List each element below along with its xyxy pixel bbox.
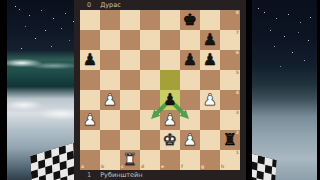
square-a3[interactable]: ♟ xyxy=(80,110,100,130)
square-b2[interactable] xyxy=(100,130,120,150)
square-f8[interactable]: ♚ xyxy=(180,10,200,30)
coord-rank-1: 1 xyxy=(236,151,239,156)
piece-black-pawn: ♟ xyxy=(200,50,220,70)
piece-black-pawn: ♟ xyxy=(160,90,180,110)
square-h7[interactable]: 7 xyxy=(220,30,240,50)
square-h5[interactable]: 5 xyxy=(220,70,240,90)
coord-file-e: e xyxy=(161,165,164,170)
background-ocean-left xyxy=(7,0,74,180)
square-h8[interactable]: 8 xyxy=(220,10,240,30)
square-e2[interactable]: ♚ xyxy=(160,130,180,150)
bottom-player-score: 1 xyxy=(87,170,91,180)
coord-file-h: h xyxy=(221,165,224,170)
square-g7[interactable]: ♟ xyxy=(200,30,220,50)
square-c8[interactable] xyxy=(120,10,140,30)
coord-file-d: d xyxy=(141,165,144,170)
square-h2[interactable]: ♜2 xyxy=(220,130,240,150)
piece-black-pawn: ♟ xyxy=(80,50,100,70)
piece-white-pawn: ♟ xyxy=(180,130,200,150)
square-b1[interactable]: b xyxy=(100,150,120,170)
square-g4[interactable]: ♟ xyxy=(200,90,220,110)
coord-rank-4: 4 xyxy=(236,91,239,96)
square-e7[interactable] xyxy=(160,30,180,50)
square-d3[interactable] xyxy=(140,110,160,130)
square-d8[interactable] xyxy=(140,10,160,30)
piece-black-pawn: ♟ xyxy=(200,30,220,50)
square-f7[interactable] xyxy=(180,30,200,50)
square-d5[interactable] xyxy=(140,70,160,90)
square-c7[interactable] xyxy=(120,30,140,50)
checkerboard-floor xyxy=(30,141,74,180)
square-f6[interactable]: ♟ xyxy=(180,50,200,70)
square-b4[interactable]: ♟ xyxy=(100,90,120,110)
stars-decoration xyxy=(258,8,259,9)
chess-widget: 0 Дурас ♚8♟7♟♟♟65♟♟♟4♟♟3♚♟♜2ab♜cdefgh1 1… xyxy=(74,0,246,180)
coord-rank-8: 8 xyxy=(236,11,239,16)
coord-file-b: b xyxy=(101,165,104,170)
square-g3[interactable] xyxy=(200,110,220,130)
piece-white-pawn: ♟ xyxy=(200,90,220,110)
coord-rank-6: 6 xyxy=(236,51,239,56)
square-c4[interactable] xyxy=(120,90,140,110)
square-e4[interactable]: ♟ xyxy=(160,90,180,110)
square-e5[interactable] xyxy=(160,70,180,90)
square-b7[interactable] xyxy=(100,30,120,50)
stars-decoration xyxy=(15,6,16,7)
piece-white-king: ♚ xyxy=(160,130,180,150)
square-b3[interactable] xyxy=(100,110,120,130)
piece-black-rook: ♜ xyxy=(220,130,240,150)
top-player-score: 0 xyxy=(87,0,91,10)
bottom-player-name: Рубинштейн xyxy=(100,170,142,180)
square-d2[interactable] xyxy=(140,130,160,150)
square-a4[interactable] xyxy=(80,90,100,110)
square-g5[interactable] xyxy=(200,70,220,90)
square-g1[interactable]: g xyxy=(200,150,220,170)
square-e6[interactable] xyxy=(160,50,180,70)
square-f2[interactable]: ♟ xyxy=(180,130,200,150)
square-d1[interactable]: d xyxy=(140,150,160,170)
chess-board[interactable]: ♚8♟7♟♟♟65♟♟♟4♟♟3♚♟♜2ab♜cdefgh1 xyxy=(80,10,240,170)
square-a8[interactable] xyxy=(80,10,100,30)
piece-black-king: ♚ xyxy=(180,10,200,30)
square-a1[interactable]: a xyxy=(80,150,100,170)
square-f5[interactable] xyxy=(180,70,200,90)
top-player-name: Дурас xyxy=(100,0,121,10)
square-b6[interactable] xyxy=(100,50,120,70)
square-c6[interactable] xyxy=(120,50,140,70)
square-c1[interactable]: ♜c xyxy=(120,150,140,170)
coord-rank-3: 3 xyxy=(236,111,239,116)
square-e1[interactable]: e xyxy=(160,150,180,170)
square-g2[interactable] xyxy=(200,130,220,150)
square-d4[interactable] xyxy=(140,90,160,110)
piece-black-pawn: ♟ xyxy=(180,50,200,70)
coord-rank-7: 7 xyxy=(236,31,239,36)
square-f4[interactable] xyxy=(180,90,200,110)
coord-file-c: c xyxy=(121,165,124,170)
background-ocean-right xyxy=(252,0,317,180)
square-c3[interactable] xyxy=(120,110,140,130)
piece-white-pawn: ♟ xyxy=(80,110,100,130)
square-h1[interactable]: h1 xyxy=(220,150,240,170)
square-f1[interactable]: f xyxy=(180,150,200,170)
square-h3[interactable]: 3 xyxy=(220,110,240,130)
square-a7[interactable] xyxy=(80,30,100,50)
bottom-player-bar: 1 Рубинштейн xyxy=(74,170,246,180)
square-h6[interactable]: 6 xyxy=(220,50,240,70)
square-a6[interactable]: ♟ xyxy=(80,50,100,70)
coord-file-a: a xyxy=(81,165,84,170)
square-d7[interactable] xyxy=(140,30,160,50)
checkerboard-floor xyxy=(252,152,277,180)
square-c2[interactable] xyxy=(120,130,140,150)
coord-rank-5: 5 xyxy=(236,71,239,76)
square-a5[interactable] xyxy=(80,70,100,90)
top-player-bar: 0 Дурас xyxy=(74,0,246,10)
thumbnail-stage: 0 Дурас ♚8♟7♟♟♟65♟♟♟4♟♟3♚♟♜2ab♜cdefgh1 1… xyxy=(0,0,320,180)
square-h4[interactable]: 4 xyxy=(220,90,240,110)
square-e3[interactable]: ♟ xyxy=(160,110,180,130)
coord-file-f: f xyxy=(181,165,183,170)
square-e8[interactable] xyxy=(160,10,180,30)
square-g8[interactable] xyxy=(200,10,220,30)
square-g6[interactable]: ♟ xyxy=(200,50,220,70)
square-a2[interactable] xyxy=(80,130,100,150)
coord-rank-2: 2 xyxy=(236,131,239,136)
square-c5[interactable] xyxy=(120,70,140,90)
square-b8[interactable] xyxy=(100,10,120,30)
piece-white-pawn: ♟ xyxy=(100,90,120,110)
square-d6[interactable] xyxy=(140,50,160,70)
piece-white-rook: ♜ xyxy=(120,150,140,170)
square-f3[interactable] xyxy=(180,110,200,130)
square-b5[interactable] xyxy=(100,70,120,90)
coord-file-g: g xyxy=(201,165,204,170)
piece-white-pawn: ♟ xyxy=(160,110,180,130)
